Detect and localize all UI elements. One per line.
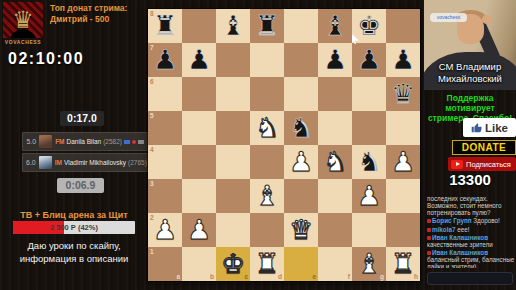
square-e3[interactable]	[284, 179, 318, 213]
square-d5[interactable]: ♞	[250, 111, 284, 145]
square-f2[interactable]	[318, 213, 352, 247]
chess-board[interactable]: 8♜♝♜♝♚7♟♟♟♟♟6♛5♞♞4♟♞♞♟3♝♟2♟♟♛1abc♚d♜efg♝…	[148, 9, 420, 281]
square-g7[interactable]: ♟	[352, 43, 386, 77]
square-a4[interactable]: 4	[148, 145, 182, 179]
black-rook[interactable]: ♜	[250, 9, 284, 43]
square-e2[interactable]: ♛	[284, 213, 318, 247]
lessons-note: Даю уроки по скайпу, информация в описан…	[0, 240, 148, 265]
streamer-dot-icon	[132, 140, 136, 144]
youtube-play-icon	[451, 160, 463, 169]
square-b6[interactable]	[182, 77, 216, 111]
thumbs-up-icon	[471, 122, 482, 133]
square-f4[interactable]: ♞	[318, 145, 352, 179]
player-row-bottom[interactable]: 6.0 IM Vladimir Mikhailovsky (2765)	[22, 153, 148, 172]
square-b2[interactable]: ♟	[182, 213, 216, 247]
player-name: Vladimir Mikhailovsky	[64, 159, 126, 166]
square-g5[interactable]	[352, 111, 386, 145]
chat-list[interactable]: последних секундах. Возможно, стоит немн…	[427, 196, 515, 268]
white-bishop[interactable]: ♝	[352, 247, 386, 281]
top-donation: Топ донат стрима: Дмитрий - 500	[50, 3, 145, 24]
streamer-clock: 0:06.9	[57, 178, 104, 193]
white-king[interactable]: ♚	[216, 247, 250, 281]
square-g6[interactable]	[352, 77, 386, 111]
chat-input[interactable]	[427, 272, 513, 285]
square-g4[interactable]: ♞	[352, 145, 386, 179]
rank-label-4: 4	[150, 146, 154, 153]
square-h4[interactable]: ♟	[386, 145, 420, 179]
square-g3[interactable]: ♟	[352, 179, 386, 213]
player-title: IM	[55, 159, 62, 166]
square-b5[interactable]	[182, 111, 216, 145]
square-c4[interactable]	[216, 145, 250, 179]
chat-message: mikola7 еее!	[427, 227, 515, 234]
opponent-clock: 0:17.0	[60, 111, 104, 126]
square-h6[interactable]: ♛	[386, 77, 420, 111]
channel-logo: ♛	[3, 2, 43, 38]
square-d4[interactable]	[250, 145, 284, 179]
chat-message: Иван Калашников балансный стрим, балансн…	[427, 250, 515, 268]
square-c5[interactable]	[216, 111, 250, 145]
square-h1[interactable]: h♜	[386, 247, 420, 281]
black-pawn[interactable]: ♟	[318, 43, 352, 77]
rank-label-5: 5	[150, 112, 154, 119]
square-c7[interactable]	[216, 43, 250, 77]
player-score: 5.0	[26, 138, 36, 145]
square-b4[interactable]	[182, 145, 216, 179]
chat-message: Борис Групп Здорово!	[427, 218, 515, 225]
subscribe-label: Подписаться	[466, 160, 511, 169]
square-g1[interactable]: g♝	[352, 247, 386, 281]
white-pawn[interactable]: ♟	[352, 179, 386, 213]
square-h5[interactable]	[386, 111, 420, 145]
chat-badge-icon	[427, 228, 431, 232]
chat-text: балансный стрим, балансные лайки и зрите…	[427, 256, 514, 268]
black-pawn[interactable]: ♟	[148, 43, 182, 77]
like-button[interactable]: Like	[463, 118, 516, 137]
white-bishop[interactable]: ♝	[250, 179, 284, 213]
square-e6[interactable]	[284, 77, 318, 111]
square-g8[interactable]: ♚	[352, 9, 386, 43]
square-e8[interactable]	[284, 9, 318, 43]
black-pawn[interactable]: ♟	[352, 43, 386, 77]
square-e1[interactable]: e	[284, 247, 318, 281]
square-f7[interactable]: ♟	[318, 43, 352, 77]
white-pawn[interactable]: ♟	[386, 145, 420, 179]
streamer-caption: СМ Владимир Михайловский	[424, 61, 516, 84]
square-f5[interactable]	[318, 111, 352, 145]
white-pawn[interactable]: ♟	[148, 213, 182, 247]
chat-badge-icon	[427, 251, 431, 255]
black-king[interactable]: ♚	[352, 9, 386, 43]
file-label-e: e	[312, 273, 316, 280]
square-d6[interactable]	[250, 77, 284, 111]
chat-message: Иван Калашников качественные зрители	[427, 235, 515, 249]
square-h7[interactable]: ♟	[386, 43, 420, 77]
chat-message: последних секундах. Возможно, стоит немн…	[427, 196, 515, 217]
white-knight[interactable]: ♞	[250, 111, 284, 145]
player-title: FM	[55, 138, 64, 145]
player-score: 6.0	[26, 159, 36, 166]
square-a8[interactable]: 8♜	[148, 9, 182, 43]
square-c2[interactable]	[216, 213, 250, 247]
square-a3[interactable]: 3	[148, 179, 182, 213]
like-label: Like	[485, 122, 508, 134]
channel-name: VOVACHESS	[0, 39, 46, 45]
chat-username[interactable]: mikola7	[432, 226, 457, 233]
rank-label-1: 1	[150, 248, 154, 255]
square-d3[interactable]: ♝	[250, 179, 284, 213]
flag-icon	[124, 140, 130, 144]
black-bishop[interactable]: ♝	[216, 9, 250, 43]
chat-text: еее!	[457, 226, 469, 233]
chat-badge-icon	[427, 219, 431, 223]
player-row-top[interactable]: 5.0 FM Danila Bilan (2582)	[22, 132, 148, 151]
white-knight[interactable]: ♞	[318, 145, 352, 179]
webcam-watermark: vovachess	[430, 13, 467, 22]
rank-label-6: 6	[150, 78, 154, 85]
subscribe-button[interactable]: Подписаться	[448, 157, 516, 171]
black-pawn[interactable]: ♟	[386, 43, 420, 77]
stream-timer: 02:10:00	[8, 50, 84, 68]
chat-text: Здорово!	[473, 217, 500, 224]
streamer-hand	[482, 15, 492, 24]
square-f8[interactable]: ♝	[318, 9, 352, 43]
chat-badge-icon	[427, 236, 431, 240]
black-knight[interactable]: ♞	[352, 145, 386, 179]
player-name: Danila Bilan	[67, 138, 102, 145]
black-pawn[interactable]: ♟	[182, 43, 216, 77]
square-h2[interactable]	[386, 213, 420, 247]
square-f6[interactable]	[318, 77, 352, 111]
chat-text: качественные зрители	[427, 241, 493, 248]
white-rook[interactable]: ♜	[386, 247, 420, 281]
square-e4[interactable]: ♟	[284, 145, 318, 179]
square-f1[interactable]: f	[318, 247, 352, 281]
file-label-f: f	[348, 273, 350, 280]
square-b8[interactable]	[182, 9, 216, 43]
square-c1[interactable]: c♚	[216, 247, 250, 281]
white-queen[interactable]: ♛	[284, 213, 318, 247]
square-a6[interactable]: 6	[148, 77, 182, 111]
square-d7[interactable]	[250, 43, 284, 77]
white-pawn[interactable]: ♟	[182, 213, 216, 247]
square-g2[interactable]	[352, 213, 386, 247]
black-knight[interactable]: ♞	[284, 111, 318, 145]
square-h8[interactable]	[386, 9, 420, 43]
donate-button[interactable]: DONATE	[452, 140, 516, 155]
square-a7[interactable]: 7♟	[148, 43, 182, 77]
player-panel: 5.0 FM Danila Bilan (2582) 6.0 IM Vladim…	[22, 132, 148, 174]
player-rating: (2582)	[103, 138, 122, 145]
fundraiser-title: ТВ + Блиц арена за Щит	[0, 210, 148, 220]
square-d2[interactable]	[250, 213, 284, 247]
square-d8[interactable]: ♜	[250, 9, 284, 43]
top-donation-value: Дмитрий - 500	[50, 14, 145, 25]
logo-queen-icon: ♛	[12, 2, 34, 38]
square-d1[interactable]: d♜	[250, 247, 284, 281]
subscriber-count: 13300	[424, 171, 516, 188]
black-bishop[interactable]: ♝	[318, 9, 352, 43]
black-rook[interactable]: ♜	[148, 9, 182, 43]
chat-username[interactable]: Борис Групп	[432, 217, 473, 224]
black-queen[interactable]: ♛	[386, 77, 420, 111]
square-c8[interactable]: ♝	[216, 9, 250, 43]
square-b1[interactable]: b	[182, 247, 216, 281]
file-label-b: b	[210, 273, 214, 280]
square-c6[interactable]	[216, 77, 250, 111]
fundraiser-progress-label: 2 500 Р (42%)	[13, 221, 135, 234]
square-b3[interactable]	[182, 179, 216, 213]
square-e5[interactable]: ♞	[284, 111, 318, 145]
square-a5[interactable]: 5	[148, 111, 182, 145]
square-e7[interactable]	[284, 43, 318, 77]
player-avatar	[39, 156, 52, 169]
badge-icon	[138, 140, 144, 144]
square-a2[interactable]: 2♟	[148, 213, 182, 247]
white-rook[interactable]: ♜	[250, 247, 284, 281]
square-a1[interactable]: 1a	[148, 247, 182, 281]
white-pawn[interactable]: ♟	[284, 145, 318, 179]
file-label-a: a	[176, 273, 180, 280]
square-c3[interactable]	[216, 179, 250, 213]
square-h3[interactable]	[386, 179, 420, 213]
chat-text: последних секундах. Возможно, стоит немн…	[427, 196, 502, 216]
rank-label-3: 3	[150, 180, 154, 187]
square-b7[interactable]: ♟	[182, 43, 216, 77]
top-donation-label: Топ донат стрима:	[50, 3, 145, 14]
player-rating: (2765)	[128, 159, 147, 166]
square-f3[interactable]	[318, 179, 352, 213]
player-avatar	[39, 135, 52, 148]
